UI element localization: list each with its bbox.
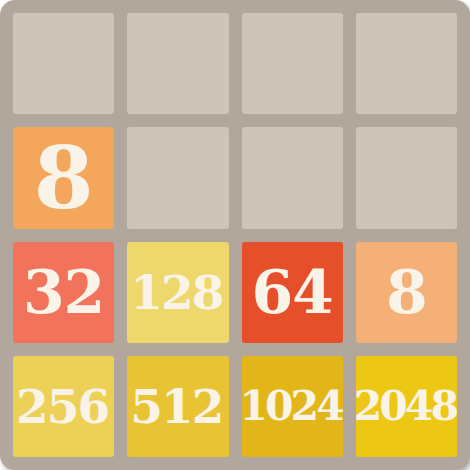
empty-cell-r1c4 (356, 13, 457, 114)
tile-value: 32 (23, 262, 105, 322)
tile-value: 8 (34, 135, 94, 221)
tile-2048-r4c4: 2048 (356, 356, 457, 457)
tile-value: 8 (386, 262, 427, 322)
tile-32-r3c1: 32 (13, 242, 114, 343)
tile-value: 256 (16, 383, 111, 430)
tile-value: 512 (130, 383, 225, 430)
tile-64-r3c3: 64 (242, 242, 343, 343)
tile-8-r2c1: 8 (13, 127, 114, 228)
tile-value: 128 (130, 269, 225, 316)
tile-512-r4c2: 512 (127, 356, 228, 457)
tile-value: 2048 (356, 386, 457, 427)
tile-value: 64 (251, 262, 333, 322)
empty-cell-r1c3 (242, 13, 343, 114)
tile-value: 1024 (242, 386, 343, 427)
empty-cell-r1c1 (13, 13, 114, 114)
tile-1024-r4c3: 1024 (242, 356, 343, 457)
empty-cell-r2c4 (356, 127, 457, 228)
empty-cell-r2c3 (242, 127, 343, 228)
board-2048[interactable]: 83212864825651210242048 (0, 0, 470, 470)
tile-256-r4c1: 256 (13, 356, 114, 457)
empty-cell-r2c2 (127, 127, 228, 228)
tile-128-r3c2: 128 (127, 242, 228, 343)
tile-8-r3c4: 8 (356, 242, 457, 343)
game-stage: 83212864825651210242048 (0, 0, 470, 470)
empty-cell-r1c2 (127, 13, 228, 114)
